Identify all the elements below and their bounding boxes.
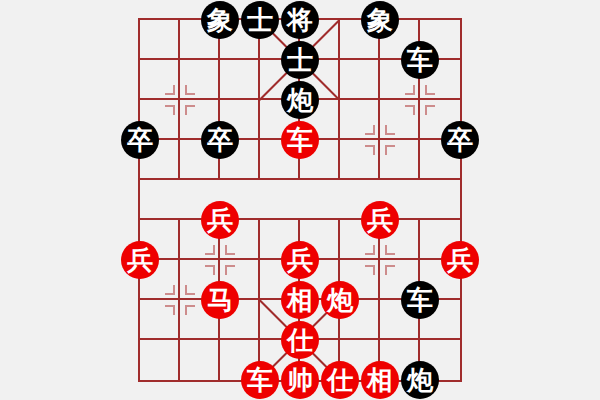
xiangqi-screen: 象士将象士车炮卒卒卒车炮车兵兵兵兵兵马相炮仕车帅仕相: [0, 0, 600, 400]
point-marker: [165, 285, 195, 315]
piece-black-soldier[interactable]: 卒: [121, 121, 159, 159]
piece-red-soldier[interactable]: 兵: [361, 201, 399, 239]
board-cell: [420, 180, 460, 220]
piece-black-soldier[interactable]: 卒: [201, 121, 239, 159]
piece-red-advisor[interactable]: 仕: [321, 361, 359, 399]
piece-black-cannon[interactable]: 炮: [281, 81, 319, 119]
board-cell: [340, 60, 380, 100]
piece-red-general[interactable]: 帅: [281, 361, 319, 399]
piece-black-elephant[interactable]: 象: [201, 1, 239, 39]
piece-red-soldier[interactable]: 兵: [441, 241, 479, 279]
board-cell: [180, 340, 220, 380]
piece-red-soldier[interactable]: 兵: [201, 201, 239, 239]
point-marker: [165, 85, 195, 115]
piece-red-advisor[interactable]: 仕: [281, 321, 319, 359]
piece-black-advisor[interactable]: 士: [241, 1, 279, 39]
piece-red-chariot[interactable]: 车: [281, 121, 319, 159]
piece-black-advisor[interactable]: 士: [281, 41, 319, 79]
board-cell: [140, 340, 180, 380]
board-cell: [260, 180, 300, 220]
piece-black-elephant[interactable]: 象: [361, 1, 399, 39]
piece-red-horse[interactable]: 马: [201, 281, 239, 319]
piece-red-soldier[interactable]: 兵: [121, 241, 159, 279]
board-cell: [140, 20, 180, 60]
piece-red-elephant[interactable]: 相: [281, 281, 319, 319]
piece-black-chariot[interactable]: 车: [401, 41, 439, 79]
point-marker: [365, 125, 395, 155]
board-cell: [140, 180, 180, 220]
piece-red-soldier[interactable]: 兵: [281, 241, 319, 279]
piece-black-soldier[interactable]: 卒: [441, 121, 479, 159]
piece-black-cannon[interactable]: 炮: [401, 361, 439, 399]
board-cell: [220, 60, 260, 100]
piece-black-general[interactable]: 将: [281, 1, 319, 39]
board-cell: [300, 180, 340, 220]
piece-black-chariot[interactable]: 车: [401, 281, 439, 319]
piece-red-chariot[interactable]: 车: [241, 361, 279, 399]
piece-red-cannon[interactable]: 炮: [321, 281, 359, 319]
point-marker: [205, 245, 235, 275]
point-marker: [365, 245, 395, 275]
piece-red-elephant[interactable]: 相: [361, 361, 399, 399]
point-marker: [405, 85, 435, 115]
